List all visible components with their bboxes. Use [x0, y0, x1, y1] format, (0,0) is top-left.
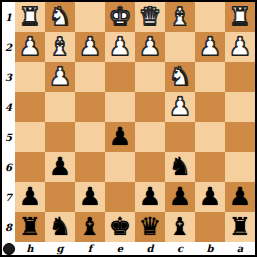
- piece-black-rook[interactable]: ♜: [19, 212, 41, 242]
- file-label-h: h: [15, 242, 45, 255]
- file-labels: hgfedcba: [15, 242, 255, 255]
- square-h8[interactable]: ♜: [15, 212, 45, 242]
- square-a8[interactable]: ♜: [225, 212, 255, 242]
- square-c7[interactable]: ♟: [165, 182, 195, 212]
- square-a7[interactable]: ♟: [225, 182, 255, 212]
- square-b2[interactable]: ♟: [195, 32, 225, 62]
- rank-label-4: 4: [2, 92, 15, 122]
- square-f6[interactable]: [75, 152, 105, 182]
- square-d2[interactable]: ♟: [135, 32, 165, 62]
- square-c8[interactable]: ♝: [165, 212, 195, 242]
- file-label-e: e: [105, 242, 135, 255]
- square-h2[interactable]: ♟: [15, 32, 45, 62]
- file-label-f: f: [75, 242, 105, 255]
- piece-white-pawn[interactable]: ♟: [199, 32, 221, 62]
- square-g7[interactable]: [45, 182, 75, 212]
- square-b7[interactable]: ♟: [195, 182, 225, 212]
- square-h7[interactable]: ♟: [15, 182, 45, 212]
- square-d5[interactable]: [135, 122, 165, 152]
- piece-black-knight[interactable]: ♞: [49, 212, 71, 242]
- piece-black-pawn[interactable]: ♟: [229, 182, 251, 212]
- square-g4[interactable]: [45, 92, 75, 122]
- square-e6[interactable]: [105, 152, 135, 182]
- piece-black-bishop[interactable]: ♝: [169, 212, 191, 242]
- piece-white-pawn[interactable]: ♟: [109, 32, 131, 62]
- square-a4[interactable]: [225, 92, 255, 122]
- square-e5[interactable]: ♟: [105, 122, 135, 152]
- square-b8[interactable]: [195, 212, 225, 242]
- piece-white-bishop[interactable]: ♝: [49, 32, 71, 62]
- turn-indicator-black-to-move: [3, 243, 15, 255]
- piece-white-pawn[interactable]: ♟: [229, 32, 251, 62]
- square-a6[interactable]: [225, 152, 255, 182]
- file-label-a: a: [225, 242, 255, 255]
- piece-white-pawn[interactable]: ♟: [79, 32, 101, 62]
- square-f3[interactable]: [75, 62, 105, 92]
- square-h5[interactable]: [15, 122, 45, 152]
- square-b5[interactable]: [195, 122, 225, 152]
- piece-white-knight[interactable]: ♞: [169, 62, 191, 92]
- square-f8[interactable]: ♝: [75, 212, 105, 242]
- piece-white-knight[interactable]: ♞: [49, 2, 71, 32]
- piece-black-rook[interactable]: ♜: [229, 212, 251, 242]
- square-f2[interactable]: ♟: [75, 32, 105, 62]
- piece-black-bishop[interactable]: ♝: [79, 212, 101, 242]
- piece-black-knight[interactable]: ♞: [169, 152, 191, 182]
- square-g8[interactable]: ♞: [45, 212, 75, 242]
- square-h4[interactable]: [15, 92, 45, 122]
- square-e2[interactable]: ♟: [105, 32, 135, 62]
- square-g1[interactable]: ♞: [45, 2, 75, 32]
- chess-board[interactable]: ♜♞♚♛♝♜♟♝♟♟♟♟♟♟♞♟♟♟♞♟♟♟♟♟♟♜♞♝♚♛♝♜: [15, 2, 255, 242]
- rank-label-5: 5: [2, 122, 15, 152]
- piece-black-pawn[interactable]: ♟: [109, 122, 131, 152]
- square-g6[interactable]: ♟: [45, 152, 75, 182]
- square-g2[interactable]: ♝: [45, 32, 75, 62]
- piece-white-pawn[interactable]: ♟: [139, 32, 161, 62]
- square-e7[interactable]: [105, 182, 135, 212]
- rank-label-7: 7: [2, 182, 15, 212]
- square-c2[interactable]: [165, 32, 195, 62]
- piece-black-pawn[interactable]: ♟: [49, 152, 71, 182]
- file-label-g: g: [45, 242, 75, 255]
- square-b1[interactable]: [195, 2, 225, 32]
- piece-white-rook[interactable]: ♜: [19, 2, 41, 32]
- rank-label-1: 1: [2, 2, 15, 32]
- piece-black-pawn[interactable]: ♟: [169, 182, 191, 212]
- square-f7[interactable]: ♟: [75, 182, 105, 212]
- square-b6[interactable]: [195, 152, 225, 182]
- file-label-b: b: [195, 242, 225, 255]
- square-c4[interactable]: ♟: [165, 92, 195, 122]
- rank-label-3: 3: [2, 62, 15, 92]
- square-d4[interactable]: [135, 92, 165, 122]
- piece-white-pawn[interactable]: ♟: [49, 62, 71, 92]
- piece-white-pawn[interactable]: ♟: [19, 32, 41, 62]
- piece-white-king[interactable]: ♚: [109, 2, 131, 32]
- square-c6[interactable]: ♞: [165, 152, 195, 182]
- square-c3[interactable]: ♞: [165, 62, 195, 92]
- square-h6[interactable]: [15, 152, 45, 182]
- square-d3[interactable]: [135, 62, 165, 92]
- square-d1[interactable]: ♛: [135, 2, 165, 32]
- piece-black-pawn[interactable]: ♟: [139, 182, 161, 212]
- piece-black-king[interactable]: ♚: [109, 212, 131, 242]
- square-b4[interactable]: [195, 92, 225, 122]
- square-a5[interactable]: [225, 122, 255, 152]
- square-c1[interactable]: ♝: [165, 2, 195, 32]
- piece-white-queen[interactable]: ♛: [139, 2, 161, 32]
- square-c5[interactable]: [165, 122, 195, 152]
- square-f1[interactable]: [75, 2, 105, 32]
- piece-black-queen[interactable]: ♛: [139, 212, 161, 242]
- rank-label-8: 8: [2, 212, 15, 242]
- rank-label-6: 6: [2, 152, 15, 182]
- square-e8[interactable]: ♚: [105, 212, 135, 242]
- piece-white-rook[interactable]: ♜: [229, 2, 251, 32]
- square-a2[interactable]: ♟: [225, 32, 255, 62]
- rank-label-2: 2: [2, 32, 15, 62]
- square-f5[interactable]: [75, 122, 105, 152]
- piece-white-bishop[interactable]: ♝: [169, 2, 191, 32]
- piece-black-pawn[interactable]: ♟: [199, 182, 221, 212]
- file-label-c: c: [165, 242, 195, 255]
- piece-black-pawn[interactable]: ♟: [19, 182, 41, 212]
- square-d8[interactable]: ♛: [135, 212, 165, 242]
- square-g5[interactable]: [45, 122, 75, 152]
- square-h1[interactable]: ♜: [15, 2, 45, 32]
- square-h3[interactable]: [15, 62, 45, 92]
- square-d7[interactable]: ♟: [135, 182, 165, 212]
- rank-labels: 12345678: [2, 2, 15, 242]
- square-e1[interactable]: ♚: [105, 2, 135, 32]
- square-g3[interactable]: ♟: [45, 62, 75, 92]
- piece-white-pawn[interactable]: ♟: [169, 92, 191, 122]
- square-b3[interactable]: [195, 62, 225, 92]
- square-e4[interactable]: [105, 92, 135, 122]
- square-d6[interactable]: [135, 152, 165, 182]
- chessboard-frame: 12345678 ♜♞♚♛♝♜♟♝♟♟♟♟♟♟♞♟♟♟♞♟♟♟♟♟♟♜♞♝♚♛♝…: [0, 0, 257, 257]
- square-a3[interactable]: [225, 62, 255, 92]
- square-e3[interactable]: [105, 62, 135, 92]
- square-f4[interactable]: [75, 92, 105, 122]
- file-label-d: d: [135, 242, 165, 255]
- square-a1[interactable]: ♜: [225, 2, 255, 32]
- piece-black-pawn[interactable]: ♟: [79, 182, 101, 212]
